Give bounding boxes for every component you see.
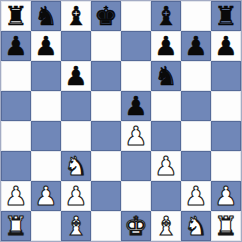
- square-b6[interactable]: [31, 61, 61, 91]
- black-pawn-piece[interactable]: ♟: [154, 31, 177, 61]
- square-f2[interactable]: [151, 181, 181, 211]
- square-c3[interactable]: ♞: [61, 151, 91, 181]
- square-a3[interactable]: [1, 151, 31, 181]
- black-pawn-piece[interactable]: ♟: [4, 31, 27, 61]
- square-h4[interactable]: [211, 121, 241, 151]
- square-h6[interactable]: [211, 61, 241, 91]
- square-e4[interactable]: ♟: [121, 121, 151, 151]
- square-d4[interactable]: [91, 121, 121, 151]
- square-g4[interactable]: [181, 121, 211, 151]
- square-f3[interactable]: ♟: [151, 151, 181, 181]
- square-d8[interactable]: ♚: [91, 1, 121, 31]
- white-king-piece[interactable]: ♚: [124, 211, 147, 241]
- square-b1[interactable]: [31, 211, 61, 241]
- square-f8[interactable]: ♝: [151, 1, 181, 31]
- white-pawn-piece[interactable]: ♟: [124, 121, 147, 151]
- square-e2[interactable]: [121, 181, 151, 211]
- square-c6[interactable]: ♟: [61, 61, 91, 91]
- square-a2[interactable]: ♟: [1, 181, 31, 211]
- square-f1[interactable]: ♝: [151, 211, 181, 241]
- black-pawn-piece[interactable]: ♟: [184, 31, 207, 61]
- square-b8[interactable]: ♞: [31, 1, 61, 31]
- black-pawn-piece[interactable]: ♟: [64, 61, 87, 91]
- black-pawn-piece[interactable]: ♟: [34, 31, 57, 61]
- chess-board: ♜♞♝♚♝♜♟♟♟♟♟♟♞♟♟♞♟♟♟♟♟♟♜♝♚♝♞♜: [0, 0, 242, 242]
- square-e1[interactable]: ♚: [121, 211, 151, 241]
- white-rook-piece[interactable]: ♜: [4, 211, 27, 241]
- square-c4[interactable]: [61, 121, 91, 151]
- square-d5[interactable]: [91, 91, 121, 121]
- square-b3[interactable]: [31, 151, 61, 181]
- square-d3[interactable]: [91, 151, 121, 181]
- white-pawn-piece[interactable]: ♟: [214, 181, 237, 211]
- white-pawn-piece[interactable]: ♟: [184, 181, 207, 211]
- square-g3[interactable]: [181, 151, 211, 181]
- white-pawn-piece[interactable]: ♟: [34, 181, 57, 211]
- black-knight-piece[interactable]: ♞: [154, 61, 177, 91]
- square-f7[interactable]: ♟: [151, 31, 181, 61]
- white-knight-piece[interactable]: ♞: [64, 151, 87, 181]
- black-bishop-piece[interactable]: ♝: [64, 1, 87, 31]
- black-pawn-piece[interactable]: ♟: [124, 91, 147, 121]
- square-h8[interactable]: ♜: [211, 1, 241, 31]
- square-e3[interactable]: [121, 151, 151, 181]
- square-a4[interactable]: [1, 121, 31, 151]
- square-h5[interactable]: [211, 91, 241, 121]
- square-d2[interactable]: [91, 181, 121, 211]
- white-pawn-piece[interactable]: ♟: [64, 181, 87, 211]
- square-g6[interactable]: [181, 61, 211, 91]
- black-pawn-piece[interactable]: ♟: [214, 31, 237, 61]
- square-f6[interactable]: ♞: [151, 61, 181, 91]
- square-c8[interactable]: ♝: [61, 1, 91, 31]
- white-knight-piece[interactable]: ♞: [184, 211, 207, 241]
- square-f5[interactable]: [151, 91, 181, 121]
- square-f4[interactable]: [151, 121, 181, 151]
- square-g8[interactable]: [181, 1, 211, 31]
- white-pawn-piece[interactable]: ♟: [154, 151, 177, 181]
- square-a1[interactable]: ♜: [1, 211, 31, 241]
- square-g5[interactable]: [181, 91, 211, 121]
- square-e5[interactable]: ♟: [121, 91, 151, 121]
- white-rook-piece[interactable]: ♜: [214, 211, 237, 241]
- square-b2[interactable]: ♟: [31, 181, 61, 211]
- square-c1[interactable]: ♝: [61, 211, 91, 241]
- square-g2[interactable]: ♟: [181, 181, 211, 211]
- white-bishop-piece[interactable]: ♝: [154, 211, 177, 241]
- square-h2[interactable]: ♟: [211, 181, 241, 211]
- square-a8[interactable]: ♜: [1, 1, 31, 31]
- square-e7[interactable]: [121, 31, 151, 61]
- square-g7[interactable]: ♟: [181, 31, 211, 61]
- square-d7[interactable]: [91, 31, 121, 61]
- black-rook-piece[interactable]: ♜: [4, 1, 27, 31]
- black-king-piece[interactable]: ♚: [94, 1, 117, 31]
- square-h3[interactable]: [211, 151, 241, 181]
- white-bishop-piece[interactable]: ♝: [64, 211, 87, 241]
- square-b5[interactable]: [31, 91, 61, 121]
- square-g1[interactable]: ♞: [181, 211, 211, 241]
- chess-board-wrap: ♜♞♝♚♝♜♟♟♟♟♟♟♞♟♟♞♟♟♟♟♟♟♜♝♚♝♞♜: [0, 0, 242, 242]
- white-pawn-piece[interactable]: ♟: [4, 181, 27, 211]
- black-bishop-piece[interactable]: ♝: [154, 1, 177, 31]
- square-a5[interactable]: [1, 91, 31, 121]
- square-e6[interactable]: [121, 61, 151, 91]
- square-h7[interactable]: ♟: [211, 31, 241, 61]
- square-e8[interactable]: [121, 1, 151, 31]
- black-knight-piece[interactable]: ♞: [34, 1, 57, 31]
- square-b4[interactable]: [31, 121, 61, 151]
- square-b7[interactable]: ♟: [31, 31, 61, 61]
- black-rook-piece[interactable]: ♜: [214, 1, 237, 31]
- square-c2[interactable]: ♟: [61, 181, 91, 211]
- square-a7[interactable]: ♟: [1, 31, 31, 61]
- square-c7[interactable]: [61, 31, 91, 61]
- square-d6[interactable]: [91, 61, 121, 91]
- square-c5[interactable]: [61, 91, 91, 121]
- square-a6[interactable]: [1, 61, 31, 91]
- square-d1[interactable]: [91, 211, 121, 241]
- square-h1[interactable]: ♜: [211, 211, 241, 241]
